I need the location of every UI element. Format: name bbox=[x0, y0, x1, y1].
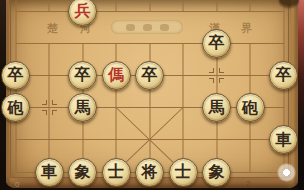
marker-corner bbox=[219, 68, 224, 73]
piece-black-horse[interactable]: 馬 bbox=[202, 93, 231, 122]
piece-black-soldier[interactable]: 卒 bbox=[68, 61, 97, 90]
piece-black-advisor[interactable]: 士 bbox=[102, 158, 131, 187]
board-layer: 楚河漢界兵卒卒卒傌卒卒砲馬馬砲車車象士将士象02 bbox=[0, 0, 304, 190]
cartouche-blob-2 bbox=[160, 24, 169, 31]
piece-black-elephant[interactable]: 象 bbox=[68, 158, 97, 187]
river-text-3: 界 bbox=[241, 21, 252, 36]
marker-corner bbox=[42, 110, 47, 115]
piece-black-soldier[interactable]: 卒 bbox=[202, 29, 231, 58]
cartouche-blob-1 bbox=[143, 24, 152, 31]
piece-black-general[interactable]: 将 bbox=[135, 158, 164, 187]
touch-indicator-dot bbox=[277, 163, 296, 182]
piece-red-soldier[interactable]: 兵 bbox=[68, 0, 97, 26]
piece-black-chariot[interactable]: 車 bbox=[269, 125, 298, 154]
marker-corner bbox=[52, 100, 57, 105]
watermark-1: 2 bbox=[246, 179, 250, 188]
piece-black-elephant[interactable]: 象 bbox=[202, 158, 231, 187]
marker-corner bbox=[209, 68, 214, 73]
piece-black-soldier[interactable]: 卒 bbox=[135, 61, 164, 90]
piece-black-soldier[interactable]: 卒 bbox=[269, 61, 298, 90]
point-marker-c7r6 bbox=[209, 68, 224, 83]
piece-black-cannon[interactable]: 砲 bbox=[236, 93, 265, 122]
piece-red-horse[interactable]: 傌 bbox=[102, 61, 131, 90]
marker-corner bbox=[209, 78, 214, 83]
piece-black-soldier[interactable]: 卒 bbox=[1, 61, 30, 90]
piece-black-cannon[interactable]: 砲 bbox=[1, 93, 30, 122]
marker-corner bbox=[42, 100, 47, 105]
piece-black-horse[interactable]: 馬 bbox=[68, 93, 97, 122]
marker-corner bbox=[52, 110, 57, 115]
marker-corner bbox=[219, 78, 224, 83]
cartouche-blob-0 bbox=[126, 24, 135, 31]
xiangqi-game-screenshot: 楚河漢界兵卒卒卒傌卒卒砲馬馬砲車車象士将士象02 bbox=[0, 0, 304, 190]
point-marker-c2r7 bbox=[42, 100, 57, 115]
piece-black-advisor[interactable]: 士 bbox=[169, 158, 198, 187]
river-text-0: 楚 bbox=[47, 21, 58, 36]
watermark-0: 0 bbox=[15, 180, 19, 189]
piece-black-chariot[interactable]: 車 bbox=[35, 158, 64, 187]
